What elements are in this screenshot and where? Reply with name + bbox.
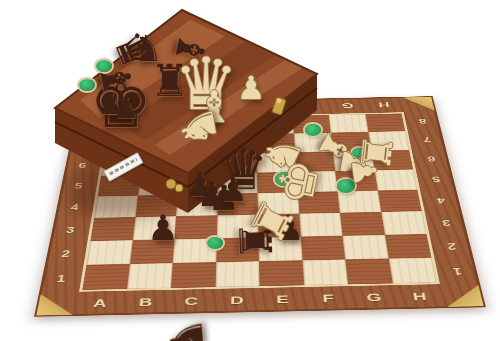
black-pawn: ♟	[113, 93, 140, 123]
coord-label: 4	[425, 189, 457, 211]
coord-label: A	[76, 294, 124, 313]
coord-label: 6	[416, 148, 446, 168]
square-a1	[82, 264, 129, 290]
coord-label: H	[395, 288, 444, 307]
coord-label: 3	[430, 211, 463, 235]
square-e1	[259, 260, 304, 286]
square-c1	[171, 262, 216, 288]
coord-label: F	[305, 289, 352, 308]
file-labels-bottom: ABCDEFGH	[76, 288, 445, 313]
product-photo-scene: ABCDEFGH ABCDEFGH 12345678 12345678	[0, 0, 500, 341]
brass-corner-icon	[403, 97, 435, 111]
white-pawn: ♟	[237, 72, 266, 104]
square-h3	[381, 211, 427, 234]
square-g1	[345, 258, 392, 284]
coord-label: D	[214, 291, 260, 310]
felt-base	[207, 237, 223, 249]
coord-label: 5	[421, 168, 452, 189]
coord-label: C	[168, 292, 215, 311]
square-h2	[384, 234, 431, 259]
coord-label: 1	[440, 258, 475, 284]
coord-label: 2	[49, 242, 82, 267]
square-b1	[127, 263, 173, 289]
square-h8	[365, 113, 405, 132]
square-a2	[86, 240, 132, 265]
square-f1	[302, 259, 348, 285]
black-pawn: ♟	[218, 173, 248, 206]
coord-label: H	[365, 99, 404, 111]
coord-label: E	[260, 290, 306, 309]
brass-corner-icon	[443, 285, 483, 307]
coord-label: G	[350, 289, 398, 308]
white-rook: ♜	[354, 133, 398, 173]
square-h1	[388, 257, 436, 283]
black-pawn: ♟	[147, 211, 178, 246]
square-g2	[342, 235, 388, 260]
square-h4	[377, 190, 421, 212]
coord-label: 2	[435, 234, 469, 259]
black-knight: ♞	[162, 316, 211, 341]
square-f2	[300, 235, 345, 260]
coord-label: 1	[44, 266, 78, 292]
brass-corner-icon	[36, 294, 76, 316]
coord-label: 8	[408, 112, 436, 131]
coord-label: B	[122, 293, 169, 312]
square-d1	[215, 261, 259, 287]
coord-label: 7	[412, 130, 441, 149]
